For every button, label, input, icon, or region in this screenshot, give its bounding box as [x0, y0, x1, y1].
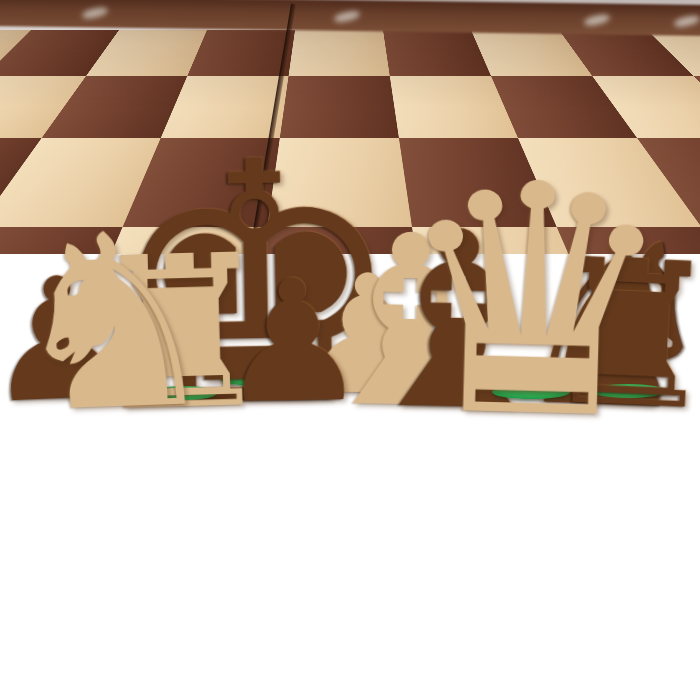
piece-felt-base	[591, 384, 665, 398]
board-square	[267, 138, 412, 227]
piece-cast-shadow	[408, 385, 512, 403]
piece-cast-shadow	[256, 383, 340, 401]
piece-cast-shadow	[331, 376, 411, 394]
piece-dark-pawn: ♟	[0, 252, 147, 427]
piece-felt-base	[151, 386, 217, 400]
piece-felt-base	[492, 385, 570, 399]
piece-felt-base	[583, 382, 641, 396]
frame-notation-mark-icon	[583, 13, 610, 28]
piece-dark-pawn: ♟	[207, 257, 378, 428]
piece-light-pawn: ♟	[285, 253, 450, 418]
piece-light-rook: ♜	[74, 226, 289, 441]
board-square	[289, 30, 390, 76]
piece-cast-shadow	[26, 381, 106, 399]
piece-felt-base	[424, 384, 488, 398]
piece-cast-shadow	[362, 383, 462, 401]
piece-dark-rook: ♜	[527, 231, 700, 440]
piece-cast-shadow	[577, 385, 687, 403]
board-square	[280, 76, 399, 138]
board-square	[187, 30, 295, 76]
piece-felt-base	[269, 382, 319, 396]
piece-felt-base	[220, 372, 296, 386]
piece-cast-shadow	[61, 385, 181, 403]
board-square	[0, 227, 123, 254]
board-square	[248, 227, 432, 254]
chess-board	[0, 0, 700, 254]
piece-cast-shadow	[202, 373, 322, 391]
piece-cast-shadow	[472, 386, 598, 404]
piece-felt-base	[80, 384, 154, 398]
piece-cast-shadow	[566, 383, 666, 401]
frame-notation-mark-icon	[333, 9, 360, 24]
piece-cast-shadow	[134, 387, 242, 405]
board-square	[557, 227, 700, 254]
piece-felt-base	[377, 382, 439, 396]
piece-felt-base	[344, 375, 391, 389]
frame-notation-mark-icon	[673, 14, 700, 29]
piece-felt-base	[39, 380, 85, 394]
board-grid	[0, 30, 700, 254]
frame-notation-mark-icon	[81, 6, 108, 21]
chess-set-photo: ♟♞♜♚♟♟♝♝♛♞♜	[0, 0, 700, 700]
